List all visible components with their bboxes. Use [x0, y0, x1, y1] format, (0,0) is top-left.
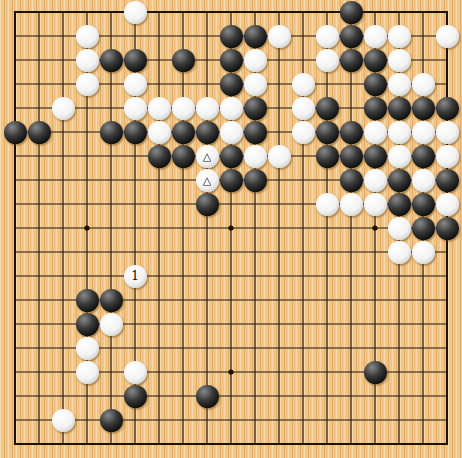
- intersection[interactable]: [291, 72, 315, 96]
- intersection[interactable]: [171, 336, 195, 360]
- intersection[interactable]: [3, 360, 27, 384]
- intersection[interactable]: [435, 48, 459, 72]
- intersection[interactable]: [387, 120, 411, 144]
- intersection[interactable]: [339, 192, 363, 216]
- intersection[interactable]: [435, 312, 459, 336]
- intersection[interactable]: [363, 24, 387, 48]
- intersection[interactable]: [195, 240, 219, 264]
- intersection[interactable]: [339, 48, 363, 72]
- intersection[interactable]: [123, 384, 147, 408]
- intersection[interactable]: [363, 336, 387, 360]
- intersection[interactable]: [75, 240, 99, 264]
- intersection[interactable]: [3, 336, 27, 360]
- intersection[interactable]: [51, 24, 75, 48]
- intersection[interactable]: [291, 96, 315, 120]
- intersection[interactable]: [171, 288, 195, 312]
- intersection[interactable]: [267, 288, 291, 312]
- intersection[interactable]: [315, 216, 339, 240]
- intersection[interactable]: [411, 48, 435, 72]
- intersection[interactable]: [147, 0, 171, 24]
- intersection[interactable]: [219, 72, 243, 96]
- intersection[interactable]: [363, 432, 387, 456]
- intersection[interactable]: [315, 192, 339, 216]
- intersection[interactable]: [123, 216, 147, 240]
- intersection[interactable]: [435, 192, 459, 216]
- intersection[interactable]: [339, 0, 363, 24]
- intersection[interactable]: [363, 48, 387, 72]
- intersection[interactable]: [99, 144, 123, 168]
- intersection[interactable]: [291, 0, 315, 24]
- intersection[interactable]: [363, 408, 387, 432]
- intersection[interactable]: [51, 288, 75, 312]
- intersection[interactable]: [387, 216, 411, 240]
- intersection[interactable]: [123, 288, 147, 312]
- intersection[interactable]: [3, 240, 27, 264]
- intersection[interactable]: [3, 408, 27, 432]
- intersection[interactable]: [435, 360, 459, 384]
- intersection[interactable]: [267, 432, 291, 456]
- intersection[interactable]: [171, 384, 195, 408]
- intersection[interactable]: [195, 336, 219, 360]
- intersection[interactable]: [219, 336, 243, 360]
- intersection[interactable]: [75, 312, 99, 336]
- intersection[interactable]: 1: [123, 264, 147, 288]
- intersection[interactable]: [51, 48, 75, 72]
- intersection[interactable]: [387, 24, 411, 48]
- intersection[interactable]: [267, 192, 291, 216]
- intersection[interactable]: [27, 336, 51, 360]
- intersection[interactable]: [339, 336, 363, 360]
- intersection[interactable]: [195, 360, 219, 384]
- intersection[interactable]: [171, 216, 195, 240]
- intersection[interactable]: [243, 96, 267, 120]
- intersection[interactable]: [291, 336, 315, 360]
- intersection[interactable]: [195, 408, 219, 432]
- intersection[interactable]: [219, 264, 243, 288]
- intersection[interactable]: [27, 288, 51, 312]
- intersection[interactable]: [411, 192, 435, 216]
- intersection[interactable]: [99, 240, 123, 264]
- intersection[interactable]: [291, 264, 315, 288]
- intersection[interactable]: [75, 168, 99, 192]
- intersection[interactable]: [387, 144, 411, 168]
- intersection[interactable]: [387, 72, 411, 96]
- intersection[interactable]: [3, 48, 27, 72]
- intersection[interactable]: [147, 144, 171, 168]
- intersection[interactable]: [75, 48, 99, 72]
- intersection[interactable]: [411, 408, 435, 432]
- intersection[interactable]: [3, 24, 27, 48]
- intersection[interactable]: [363, 96, 387, 120]
- intersection[interactable]: [315, 264, 339, 288]
- intersection[interactable]: [411, 312, 435, 336]
- intersection[interactable]: [315, 240, 339, 264]
- intersection[interactable]: [339, 216, 363, 240]
- intersection[interactable]: [195, 192, 219, 216]
- intersection[interactable]: [27, 144, 51, 168]
- intersection[interactable]: [387, 336, 411, 360]
- intersection[interactable]: [219, 312, 243, 336]
- intersection[interactable]: [171, 96, 195, 120]
- intersection[interactable]: [27, 432, 51, 456]
- intersection[interactable]: [123, 0, 147, 24]
- intersection[interactable]: [51, 432, 75, 456]
- intersection[interactable]: [27, 360, 51, 384]
- intersection[interactable]: [123, 432, 147, 456]
- intersection[interactable]: [171, 48, 195, 72]
- intersection[interactable]: [195, 384, 219, 408]
- intersection[interactable]: [219, 240, 243, 264]
- intersection[interactable]: [315, 312, 339, 336]
- intersection[interactable]: [315, 432, 339, 456]
- intersection[interactable]: [123, 360, 147, 384]
- intersection[interactable]: [291, 432, 315, 456]
- intersection[interactable]: [243, 192, 267, 216]
- intersection[interactable]: [267, 120, 291, 144]
- intersection[interactable]: [51, 384, 75, 408]
- intersection[interactable]: [411, 168, 435, 192]
- intersection[interactable]: [27, 192, 51, 216]
- intersection[interactable]: [123, 48, 147, 72]
- intersection[interactable]: [123, 192, 147, 216]
- intersection[interactable]: [435, 264, 459, 288]
- intersection[interactable]: [99, 408, 123, 432]
- intersection[interactable]: [51, 312, 75, 336]
- intersection[interactable]: [171, 240, 195, 264]
- intersection[interactable]: [99, 264, 123, 288]
- intersection[interactable]: [339, 240, 363, 264]
- intersection[interactable]: [171, 0, 195, 24]
- intersection[interactable]: [387, 360, 411, 384]
- intersection[interactable]: [435, 144, 459, 168]
- intersection[interactable]: [363, 240, 387, 264]
- intersection[interactable]: [171, 192, 195, 216]
- intersection[interactable]: [339, 360, 363, 384]
- intersection[interactable]: [147, 240, 171, 264]
- intersection[interactable]: [171, 408, 195, 432]
- intersection[interactable]: [339, 288, 363, 312]
- intersection[interactable]: [291, 216, 315, 240]
- intersection[interactable]: [3, 384, 27, 408]
- intersection[interactable]: [363, 72, 387, 96]
- intersection[interactable]: [147, 48, 171, 72]
- intersection[interactable]: [387, 240, 411, 264]
- intersection[interactable]: [99, 192, 123, 216]
- intersection[interactable]: [291, 192, 315, 216]
- intersection[interactable]: [99, 216, 123, 240]
- intersection[interactable]: [363, 288, 387, 312]
- intersection[interactable]: [315, 0, 339, 24]
- intersection[interactable]: [75, 120, 99, 144]
- intersection[interactable]: [267, 216, 291, 240]
- intersection[interactable]: [315, 408, 339, 432]
- intersection[interactable]: [27, 264, 51, 288]
- intersection[interactable]: [411, 264, 435, 288]
- intersection[interactable]: [435, 288, 459, 312]
- intersection[interactable]: [411, 216, 435, 240]
- intersection[interactable]: [51, 336, 75, 360]
- intersection[interactable]: [75, 192, 99, 216]
- intersection[interactable]: [315, 120, 339, 144]
- intersection[interactable]: [123, 72, 147, 96]
- intersection[interactable]: [219, 96, 243, 120]
- intersection[interactable]: [171, 120, 195, 144]
- intersection[interactable]: [387, 288, 411, 312]
- intersection[interactable]: [27, 216, 51, 240]
- intersection[interactable]: [75, 336, 99, 360]
- intersection[interactable]: [51, 264, 75, 288]
- intersection[interactable]: [387, 432, 411, 456]
- intersection[interactable]: [411, 144, 435, 168]
- intersection[interactable]: [339, 120, 363, 144]
- intersection[interactable]: [171, 144, 195, 168]
- intersection[interactable]: [435, 240, 459, 264]
- intersection[interactable]: [219, 216, 243, 240]
- intersection[interactable]: [99, 72, 123, 96]
- intersection[interactable]: [195, 120, 219, 144]
- intersection[interactable]: [27, 312, 51, 336]
- intersection[interactable]: [363, 384, 387, 408]
- intersection[interactable]: [3, 264, 27, 288]
- intersection[interactable]: [363, 312, 387, 336]
- intersection[interactable]: [75, 408, 99, 432]
- intersection[interactable]: [219, 432, 243, 456]
- intersection[interactable]: [315, 384, 339, 408]
- intersection[interactable]: [243, 288, 267, 312]
- intersection[interactable]: [147, 192, 171, 216]
- intersection[interactable]: [411, 360, 435, 384]
- intersection[interactable]: [411, 96, 435, 120]
- intersection[interactable]: [123, 120, 147, 144]
- intersection[interactable]: [51, 96, 75, 120]
- intersection[interactable]: [315, 288, 339, 312]
- intersection[interactable]: [267, 264, 291, 288]
- intersection[interactable]: [195, 0, 219, 24]
- intersection[interactable]: [147, 360, 171, 384]
- intersection[interactable]: [411, 120, 435, 144]
- intersection[interactable]: [27, 96, 51, 120]
- intersection[interactable]: [267, 408, 291, 432]
- intersection[interactable]: [315, 336, 339, 360]
- intersection[interactable]: [147, 216, 171, 240]
- intersection[interactable]: [315, 360, 339, 384]
- intersection[interactable]: [99, 384, 123, 408]
- intersection[interactable]: [99, 24, 123, 48]
- intersection[interactable]: [267, 24, 291, 48]
- intersection[interactable]: [3, 0, 27, 24]
- intersection[interactable]: [195, 96, 219, 120]
- intersection[interactable]: [75, 264, 99, 288]
- intersection[interactable]: [411, 24, 435, 48]
- intersection[interactable]: [363, 120, 387, 144]
- intersection[interactable]: [363, 144, 387, 168]
- intersection[interactable]: [243, 0, 267, 24]
- intersection[interactable]: [27, 384, 51, 408]
- intersection[interactable]: [363, 168, 387, 192]
- intersection[interactable]: [51, 240, 75, 264]
- intersection[interactable]: [75, 384, 99, 408]
- intersection[interactable]: [99, 0, 123, 24]
- intersection[interactable]: [195, 432, 219, 456]
- intersection[interactable]: [3, 72, 27, 96]
- intersection[interactable]: [435, 24, 459, 48]
- intersection[interactable]: [291, 120, 315, 144]
- intersection[interactable]: [27, 168, 51, 192]
- intersection[interactable]: [411, 288, 435, 312]
- intersection[interactable]: [243, 312, 267, 336]
- intersection[interactable]: [75, 72, 99, 96]
- intersection[interactable]: [219, 360, 243, 384]
- intersection[interactable]: [339, 432, 363, 456]
- intersection[interactable]: [363, 360, 387, 384]
- intersection[interactable]: [219, 120, 243, 144]
- intersection[interactable]: [243, 48, 267, 72]
- intersection[interactable]: [51, 0, 75, 24]
- intersection[interactable]: [435, 432, 459, 456]
- intersection[interactable]: [147, 336, 171, 360]
- intersection[interactable]: [243, 168, 267, 192]
- intersection[interactable]: [51, 120, 75, 144]
- intersection[interactable]: [243, 216, 267, 240]
- intersection[interactable]: [147, 120, 171, 144]
- intersection[interactable]: [315, 24, 339, 48]
- intersection[interactable]: [147, 168, 171, 192]
- intersection[interactable]: [51, 408, 75, 432]
- intersection[interactable]: [387, 96, 411, 120]
- intersection[interactable]: [27, 240, 51, 264]
- intersection[interactable]: [339, 72, 363, 96]
- intersection[interactable]: [291, 360, 315, 384]
- intersection[interactable]: [267, 0, 291, 24]
- intersection[interactable]: [291, 312, 315, 336]
- intersection[interactable]: [195, 288, 219, 312]
- intersection[interactable]: [99, 360, 123, 384]
- intersection[interactable]: [195, 48, 219, 72]
- intersection[interactable]: [291, 384, 315, 408]
- intersection[interactable]: [435, 0, 459, 24]
- intersection[interactable]: [51, 360, 75, 384]
- intersection[interactable]: [435, 216, 459, 240]
- intersection[interactable]: [75, 24, 99, 48]
- intersection[interactable]: [243, 72, 267, 96]
- intersection[interactable]: [99, 312, 123, 336]
- intersection[interactable]: [243, 264, 267, 288]
- intersection[interactable]: [291, 240, 315, 264]
- intersection[interactable]: [99, 96, 123, 120]
- intersection[interactable]: [435, 120, 459, 144]
- intersection[interactable]: [123, 96, 147, 120]
- intersection[interactable]: [387, 48, 411, 72]
- intersection[interactable]: [435, 72, 459, 96]
- intersection[interactable]: [219, 192, 243, 216]
- intersection[interactable]: [3, 288, 27, 312]
- intersection[interactable]: [243, 384, 267, 408]
- intersection[interactable]: [171, 312, 195, 336]
- intersection[interactable]: [123, 168, 147, 192]
- intersection[interactable]: [75, 0, 99, 24]
- intersection[interactable]: [147, 312, 171, 336]
- intersection[interactable]: [75, 216, 99, 240]
- intersection[interactable]: [195, 264, 219, 288]
- intersection[interactable]: [99, 336, 123, 360]
- intersection[interactable]: [315, 144, 339, 168]
- intersection[interactable]: [27, 408, 51, 432]
- intersection[interactable]: [27, 120, 51, 144]
- intersection[interactable]: [291, 48, 315, 72]
- intersection[interactable]: [195, 72, 219, 96]
- intersection[interactable]: [339, 168, 363, 192]
- intersection[interactable]: [267, 144, 291, 168]
- intersection[interactable]: [267, 336, 291, 360]
- intersection[interactable]: [75, 432, 99, 456]
- intersection[interactable]: [99, 48, 123, 72]
- intersection[interactable]: △: [195, 144, 219, 168]
- intersection[interactable]: [147, 432, 171, 456]
- intersection[interactable]: [435, 384, 459, 408]
- intersection[interactable]: [219, 24, 243, 48]
- intersection[interactable]: [315, 168, 339, 192]
- intersection[interactable]: [411, 336, 435, 360]
- intersection[interactable]: [147, 384, 171, 408]
- intersection[interactable]: [99, 432, 123, 456]
- intersection[interactable]: [387, 384, 411, 408]
- intersection[interactable]: [435, 168, 459, 192]
- intersection[interactable]: [75, 360, 99, 384]
- intersection[interactable]: [435, 96, 459, 120]
- intersection[interactable]: [267, 168, 291, 192]
- intersection[interactable]: [339, 312, 363, 336]
- intersection[interactable]: [219, 48, 243, 72]
- intersection[interactable]: [195, 216, 219, 240]
- intersection[interactable]: [147, 24, 171, 48]
- intersection[interactable]: [363, 192, 387, 216]
- intersection[interactable]: [243, 240, 267, 264]
- intersection[interactable]: [99, 168, 123, 192]
- intersection[interactable]: [171, 72, 195, 96]
- intersection[interactable]: [339, 96, 363, 120]
- intersection[interactable]: [195, 312, 219, 336]
- intersection[interactable]: [195, 24, 219, 48]
- intersection[interactable]: [315, 72, 339, 96]
- intersection[interactable]: [123, 144, 147, 168]
- intersection[interactable]: [123, 336, 147, 360]
- intersection[interactable]: [387, 408, 411, 432]
- intersection[interactable]: [147, 96, 171, 120]
- intersection[interactable]: [315, 48, 339, 72]
- intersection[interactable]: [291, 408, 315, 432]
- intersection[interactable]: [387, 192, 411, 216]
- intersection[interactable]: [411, 72, 435, 96]
- intersection[interactable]: [387, 168, 411, 192]
- intersection[interactable]: [243, 360, 267, 384]
- intersection[interactable]: [219, 408, 243, 432]
- intersection[interactable]: [291, 144, 315, 168]
- intersection[interactable]: [411, 0, 435, 24]
- intersection[interactable]: [243, 408, 267, 432]
- intersection[interactable]: [123, 24, 147, 48]
- intersection[interactable]: [3, 96, 27, 120]
- intersection[interactable]: [3, 120, 27, 144]
- intersection[interactable]: [435, 408, 459, 432]
- intersection[interactable]: [75, 96, 99, 120]
- intersection[interactable]: [99, 120, 123, 144]
- intersection[interactable]: [387, 312, 411, 336]
- intersection[interactable]: [3, 144, 27, 168]
- intersection[interactable]: [291, 24, 315, 48]
- intersection[interactable]: [243, 432, 267, 456]
- intersection[interactable]: [267, 240, 291, 264]
- intersection[interactable]: [267, 384, 291, 408]
